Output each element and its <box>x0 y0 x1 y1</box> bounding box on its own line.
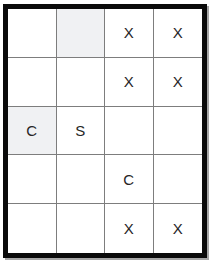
grid-cell-r3c3[interactable] <box>105 107 154 156</box>
grid-cell-r3c1[interactable]: C <box>8 107 57 156</box>
grid-cell-r5c4[interactable]: X <box>154 204 203 253</box>
grid-cell-r1c2[interactable] <box>57 9 106 58</box>
puzzle-board: XXXXCSCXX <box>3 4 207 258</box>
grid-cell-r3c4[interactable] <box>154 107 203 156</box>
puzzle-grid: XXXXCSCXX <box>8 9 202 253</box>
grid-cell-r5c1[interactable] <box>8 204 57 253</box>
grid-cell-r2c2[interactable] <box>57 58 106 107</box>
grid-cell-r2c3[interactable]: X <box>105 58 154 107</box>
grid-cell-r2c4[interactable]: X <box>154 58 203 107</box>
grid-cell-r4c3[interactable]: C <box>105 155 154 204</box>
grid-cell-r3c2[interactable]: S <box>57 107 106 156</box>
grid-cell-r5c3[interactable]: X <box>105 204 154 253</box>
grid-cell-r4c4[interactable] <box>154 155 203 204</box>
grid-cell-r1c4[interactable]: X <box>154 9 203 58</box>
grid-cell-r4c2[interactable] <box>57 155 106 204</box>
grid-cell-r1c1[interactable] <box>8 9 57 58</box>
grid-cell-r1c3[interactable]: X <box>105 9 154 58</box>
grid-cell-r2c1[interactable] <box>8 58 57 107</box>
grid-cell-r4c1[interactable] <box>8 155 57 204</box>
grid-cell-r5c2[interactable] <box>57 204 106 253</box>
